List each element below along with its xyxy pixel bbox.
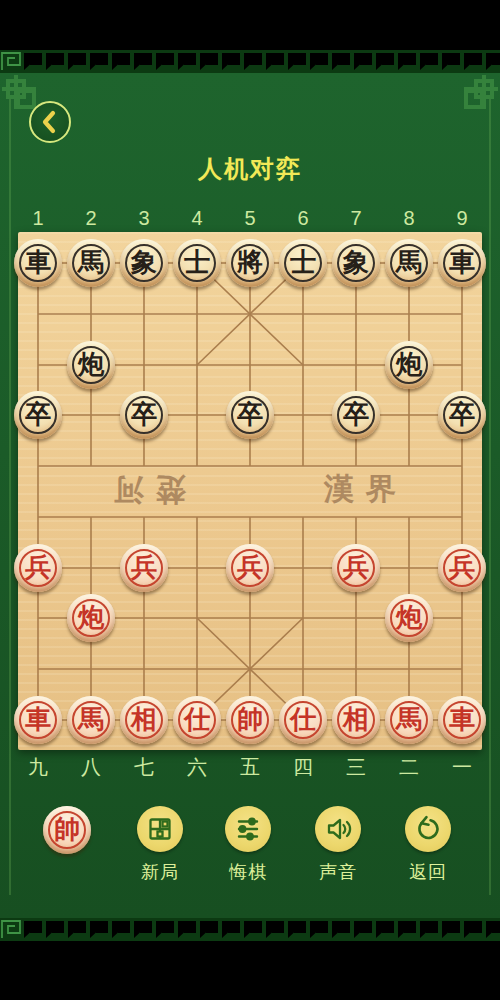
black-piece-車-c1r0[interactable]: 車 bbox=[14, 239, 62, 287]
xiangqi-board[interactable]: 楚河 漢界 車馬象士將士象馬車炮炮卒卒卒卒卒兵兵兵兵兵炮炮車馬相仕帥仕相馬車 bbox=[18, 232, 482, 750]
column-number-bottom-7: 三 bbox=[346, 755, 366, 779]
column-number-top-1: 1 bbox=[32, 206, 43, 230]
return-button[interactable]: 返回 bbox=[405, 806, 451, 884]
return-arrow-icon bbox=[406, 807, 450, 851]
black-piece-炮-c2r2[interactable]: 炮 bbox=[67, 341, 115, 389]
piece-char: 仕 bbox=[290, 706, 316, 732]
piece-char: 馬 bbox=[78, 249, 104, 275]
column-number-bottom-9: 一 bbox=[452, 755, 472, 779]
sound-button[interactable]: 声音 bbox=[315, 806, 361, 884]
meander-border-bottom bbox=[0, 918, 500, 941]
piece-char: 卒 bbox=[237, 401, 263, 427]
black-piece-馬-c8r0[interactable]: 馬 bbox=[385, 239, 433, 287]
return-label: 返回 bbox=[405, 860, 451, 884]
piece-char: 相 bbox=[343, 706, 369, 732]
column-number-bottom-1: 九 bbox=[28, 755, 48, 779]
chevron-left-icon bbox=[37, 109, 63, 135]
piece-char: 馬 bbox=[396, 706, 422, 732]
page-title: 人机对弈 bbox=[0, 153, 500, 185]
black-piece-士-c6r0[interactable]: 士 bbox=[279, 239, 327, 287]
red-piece-相-c3r9[interactable]: 相 bbox=[120, 696, 168, 744]
column-number-top-2: 2 bbox=[85, 206, 96, 230]
column-numbers-top: 123456789 bbox=[0, 206, 500, 230]
piece-char: 炮 bbox=[396, 604, 422, 630]
piece-char: 卒 bbox=[131, 401, 157, 427]
column-number-bottom-5: 五 bbox=[240, 755, 260, 779]
board-grid-icon bbox=[138, 807, 182, 851]
pieces-layer: 車馬象士將士象馬車炮炮卒卒卒卒卒兵兵兵兵兵炮炮車馬相仕帥仕相馬車 bbox=[12, 238, 489, 746]
new-game-label: 新局 bbox=[137, 860, 183, 884]
piece-char: 車 bbox=[25, 249, 51, 275]
column-number-top-3: 3 bbox=[138, 206, 149, 230]
red-piece-兵-c1r6[interactable]: 兵 bbox=[14, 544, 62, 592]
undo-move-label: 悔棋 bbox=[225, 860, 271, 884]
piece-char: 將 bbox=[237, 249, 263, 275]
black-piece-卒-c5r3[interactable]: 卒 bbox=[226, 391, 274, 439]
black-piece-卒-c7r3[interactable]: 卒 bbox=[332, 391, 380, 439]
black-piece-士-c4r0[interactable]: 士 bbox=[173, 239, 221, 287]
red-piece-仕-c6r9[interactable]: 仕 bbox=[279, 696, 327, 744]
column-number-top-7: 7 bbox=[350, 206, 361, 230]
column-number-top-4: 4 bbox=[191, 206, 202, 230]
navigation-bar bbox=[0, 941, 500, 1000]
sound-label: 声音 bbox=[315, 860, 361, 884]
red-piece-炮-c8r7[interactable]: 炮 bbox=[385, 594, 433, 642]
corner-ornament-right-icon bbox=[426, 75, 498, 123]
piece-char: 兵 bbox=[449, 554, 475, 580]
piece-char: 士 bbox=[184, 249, 210, 275]
piece-char: 卒 bbox=[343, 401, 369, 427]
main-panel: 人机对弈 123456789 楚河 漢界 車馬象士將士象馬車炮炮卒卒卒卒卒兵兵兵… bbox=[0, 73, 500, 918]
piece-char: 象 bbox=[343, 249, 369, 275]
speaker-icon bbox=[316, 807, 360, 851]
black-piece-卒-c3r3[interactable]: 卒 bbox=[120, 391, 168, 439]
red-piece-兵-c5r6[interactable]: 兵 bbox=[226, 544, 274, 592]
piece-char: 兵 bbox=[25, 554, 51, 580]
red-piece-帥-c5r9[interactable]: 帥 bbox=[226, 696, 274, 744]
general-piece-button[interactable]: 帥 bbox=[43, 806, 91, 854]
piece-char: 士 bbox=[290, 249, 316, 275]
black-piece-卒-c1r3[interactable]: 卒 bbox=[14, 391, 62, 439]
red-piece-炮-c2r7[interactable]: 炮 bbox=[67, 594, 115, 642]
sliders-icon bbox=[226, 807, 270, 851]
piece-char: 馬 bbox=[78, 706, 104, 732]
column-number-bottom-2: 八 bbox=[81, 755, 101, 779]
black-piece-炮-c8r2[interactable]: 炮 bbox=[385, 341, 433, 389]
piece-char: 帥 bbox=[237, 706, 263, 732]
red-piece-馬-c8r9[interactable]: 馬 bbox=[385, 696, 433, 744]
black-piece-將-c5r0[interactable]: 將 bbox=[226, 239, 274, 287]
general-piece-char: 帥 bbox=[54, 816, 80, 842]
piece-char: 卒 bbox=[25, 401, 51, 427]
red-piece-相-c7r9[interactable]: 相 bbox=[332, 696, 380, 744]
piece-char: 兵 bbox=[343, 554, 369, 580]
piece-char: 炮 bbox=[78, 604, 104, 630]
black-piece-車-c9r0[interactable]: 車 bbox=[438, 239, 486, 287]
column-number-bottom-6: 四 bbox=[293, 755, 313, 779]
toolbar: 帥 新局 bbox=[0, 806, 500, 896]
piece-char: 馬 bbox=[396, 249, 422, 275]
red-piece-車-c9r9[interactable]: 車 bbox=[438, 696, 486, 744]
column-number-bottom-3: 七 bbox=[134, 755, 154, 779]
new-game-button[interactable]: 新局 bbox=[137, 806, 183, 884]
piece-char: 車 bbox=[449, 249, 475, 275]
piece-char: 兵 bbox=[131, 554, 157, 580]
undo-move-button[interactable]: 悔棋 bbox=[225, 806, 271, 884]
piece-char: 炮 bbox=[396, 351, 422, 377]
red-piece-兵-c9r6[interactable]: 兵 bbox=[438, 544, 486, 592]
black-piece-象-c7r0[interactable]: 象 bbox=[332, 239, 380, 287]
piece-char: 仕 bbox=[184, 706, 210, 732]
meander-border-top bbox=[0, 50, 500, 73]
piece-char: 卒 bbox=[449, 401, 475, 427]
piece-char: 炮 bbox=[78, 351, 104, 377]
black-piece-卒-c9r3[interactable]: 卒 bbox=[438, 391, 486, 439]
red-piece-馬-c2r9[interactable]: 馬 bbox=[67, 696, 115, 744]
back-button[interactable] bbox=[29, 101, 71, 143]
piece-char: 象 bbox=[131, 249, 157, 275]
red-piece-兵-c7r6[interactable]: 兵 bbox=[332, 544, 380, 592]
column-number-top-9: 9 bbox=[456, 206, 467, 230]
status-bar bbox=[0, 0, 500, 50]
column-number-top-6: 6 bbox=[297, 206, 308, 230]
piece-char: 車 bbox=[449, 706, 475, 732]
column-number-top-8: 8 bbox=[403, 206, 414, 230]
column-number-bottom-4: 六 bbox=[187, 755, 207, 779]
column-number-bottom-8: 二 bbox=[399, 755, 419, 779]
black-piece-馬-c2r0[interactable]: 馬 bbox=[67, 239, 115, 287]
piece-char: 相 bbox=[131, 706, 157, 732]
red-piece-兵-c3r6[interactable]: 兵 bbox=[120, 544, 168, 592]
piece-char: 車 bbox=[25, 706, 51, 732]
piece-char: 兵 bbox=[237, 554, 263, 580]
black-piece-象-c3r0[interactable]: 象 bbox=[120, 239, 168, 287]
red-piece-仕-c4r9[interactable]: 仕 bbox=[173, 696, 221, 744]
red-piece-車-c1r9[interactable]: 車 bbox=[14, 696, 62, 744]
column-numbers-bottom: 九八七六五四三二一 bbox=[0, 755, 500, 779]
column-number-top-5: 5 bbox=[244, 206, 255, 230]
